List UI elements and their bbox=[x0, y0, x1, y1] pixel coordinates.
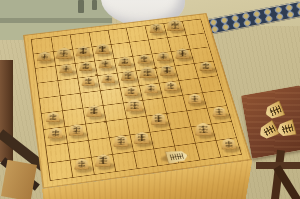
kanji-歩 bbox=[85, 78, 92, 83]
stand-slat bbox=[78, 0, 84, 13]
kanji-玉 bbox=[171, 21, 180, 28]
kanji-歩 bbox=[105, 76, 112, 81]
kanji-歩 bbox=[203, 63, 210, 68]
kanji-銀 bbox=[163, 67, 171, 73]
kanji-角 bbox=[143, 69, 152, 76]
stand-slat bbox=[92, 0, 97, 10]
kanji-歩 bbox=[128, 88, 135, 94]
kanji-金 bbox=[79, 48, 87, 54]
kanji-歩 bbox=[148, 86, 155, 92]
kanji-歩 bbox=[281, 123, 293, 134]
kanji-歩 bbox=[82, 63, 89, 68]
hoshi-dot bbox=[154, 67, 157, 69]
square-9-9[interactable] bbox=[48, 160, 72, 180]
scene bbox=[0, 0, 300, 199]
square-8-9[interactable] bbox=[70, 157, 94, 177]
kanji-香 bbox=[269, 105, 282, 117]
kanji-歩 bbox=[160, 54, 167, 59]
kanji-歩 bbox=[168, 83, 175, 89]
komadai-legs bbox=[258, 148, 300, 199]
square-1-9[interactable] bbox=[216, 137, 242, 157]
kanji-桂 bbox=[153, 25, 160, 30]
komadai-piece-stand[interactable] bbox=[244, 84, 300, 199]
kanji-歩 bbox=[102, 61, 109, 66]
kanji-歩 bbox=[263, 124, 276, 136]
kanji-金 bbox=[99, 46, 107, 52]
kanji-桂 bbox=[124, 72, 131, 78]
stand-foot-left bbox=[1, 160, 37, 199]
kanji-歩 bbox=[62, 66, 69, 71]
kanji-銀 bbox=[179, 50, 187, 56]
kanji-歩 bbox=[121, 59, 128, 64]
kanji-香 bbox=[40, 54, 48, 59]
kanji-歩 bbox=[141, 56, 148, 61]
kanji-飛 bbox=[59, 50, 68, 56]
